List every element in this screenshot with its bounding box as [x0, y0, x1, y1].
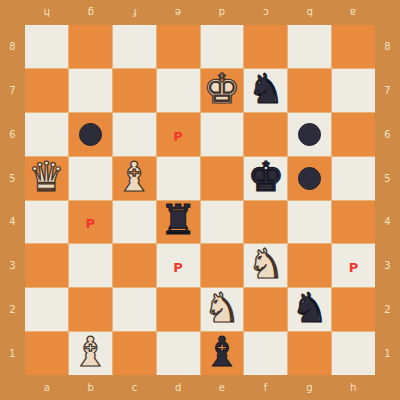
- coord-label: 2: [375, 288, 400, 332]
- chess-board: hgfedcba abcdefgh 87654321 87654321 ♚♞P♛…: [0, 0, 400, 400]
- white-pawn[interactable]: P: [173, 130, 183, 143]
- file-labels-bottom: abcdefgh: [25, 375, 375, 400]
- square-b4[interactable]: P: [69, 201, 112, 244]
- coord-label: g: [69, 0, 113, 25]
- coord-label: 5: [375, 156, 400, 200]
- coord-label: 3: [375, 244, 400, 288]
- square-b3[interactable]: [69, 244, 112, 287]
- coord-label: g: [288, 375, 332, 400]
- square-f3[interactable]: ♞: [244, 244, 287, 287]
- black-knight[interactable]: ♞: [291, 288, 328, 329]
- square-h8[interactable]: [332, 25, 375, 68]
- square-d1[interactable]: [157, 332, 200, 375]
- coord-label: h: [25, 0, 69, 25]
- square-d6[interactable]: P: [157, 113, 200, 156]
- square-a2[interactable]: [25, 288, 68, 331]
- square-a7[interactable]: [25, 69, 68, 112]
- white-bishop[interactable]: ♝: [116, 157, 153, 198]
- square-b5[interactable]: [69, 157, 112, 200]
- square-b6[interactable]: [69, 113, 112, 156]
- black-rook[interactable]: ♜: [160, 200, 197, 241]
- square-c2[interactable]: [113, 288, 156, 331]
- square-f1[interactable]: [244, 332, 287, 375]
- square-d2[interactable]: [157, 288, 200, 331]
- coord-label: e: [156, 0, 200, 25]
- black-king[interactable]: ♚: [247, 157, 284, 198]
- coord-label: 5: [0, 156, 25, 200]
- coord-label: d: [200, 0, 244, 25]
- coord-label: 2: [0, 288, 25, 332]
- white-pawn[interactable]: P: [86, 217, 96, 230]
- square-d3[interactable]: P: [157, 244, 200, 287]
- square-e1[interactable]: ♝: [201, 332, 244, 375]
- square-a4[interactable]: [25, 201, 68, 244]
- coord-label: b: [69, 375, 113, 400]
- square-c7[interactable]: [113, 69, 156, 112]
- coord-label: 4: [375, 200, 400, 244]
- white-king[interactable]: ♚: [204, 69, 241, 110]
- coord-label: 1: [0, 331, 25, 375]
- square-g2[interactable]: ♞: [288, 288, 331, 331]
- coord-label: c: [244, 0, 288, 25]
- coord-label: h: [331, 375, 375, 400]
- coord-label: 7: [375, 69, 400, 113]
- file-labels-top: hgfedcba: [25, 0, 375, 25]
- square-f7[interactable]: ♞: [244, 69, 287, 112]
- black-pawn[interactable]: [79, 123, 102, 146]
- square-e5[interactable]: [201, 157, 244, 200]
- square-c4[interactable]: [113, 201, 156, 244]
- square-h2[interactable]: [332, 288, 375, 331]
- square-a1[interactable]: [25, 332, 68, 375]
- square-h7[interactable]: [332, 69, 375, 112]
- coord-label: f: [244, 375, 288, 400]
- square-c1[interactable]: [113, 332, 156, 375]
- coord-label: c: [113, 375, 157, 400]
- square-g5[interactable]: [288, 157, 331, 200]
- square-d5[interactable]: [157, 157, 200, 200]
- square-g4[interactable]: [288, 201, 331, 244]
- square-b8[interactable]: [69, 25, 112, 68]
- black-pawn[interactable]: [298, 123, 321, 146]
- square-d8[interactable]: [157, 25, 200, 68]
- square-e8[interactable]: [201, 25, 244, 68]
- square-f8[interactable]: [244, 25, 287, 68]
- square-h5[interactable]: [332, 157, 375, 200]
- square-g7[interactable]: [288, 69, 331, 112]
- square-e7[interactable]: ♚: [201, 69, 244, 112]
- square-c8[interactable]: [113, 25, 156, 68]
- coord-label: 7: [0, 69, 25, 113]
- white-knight[interactable]: ♞: [204, 288, 241, 329]
- coord-label: 6: [375, 113, 400, 157]
- coord-label: e: [200, 375, 244, 400]
- black-knight[interactable]: ♞: [247, 69, 284, 110]
- square-f6[interactable]: [244, 113, 287, 156]
- square-a5[interactable]: ♛: [25, 157, 68, 200]
- square-e3[interactable]: [201, 244, 244, 287]
- square-b2[interactable]: [69, 288, 112, 331]
- square-c5[interactable]: ♝: [113, 157, 156, 200]
- coord-label: 8: [375, 25, 400, 69]
- square-e4[interactable]: [201, 201, 244, 244]
- square-g1[interactable]: [288, 332, 331, 375]
- white-bishop[interactable]: ♝: [72, 332, 109, 373]
- square-g3[interactable]: [288, 244, 331, 287]
- rank-labels-right: 87654321: [375, 25, 400, 375]
- square-a8[interactable]: [25, 25, 68, 68]
- coord-label: b: [288, 0, 332, 25]
- square-f2[interactable]: [244, 288, 287, 331]
- square-c6[interactable]: [113, 113, 156, 156]
- square-f5[interactable]: ♚: [244, 157, 287, 200]
- board-grid: ♚♞P♛♝♚P♜P♞P♞♞♝♝: [25, 25, 375, 375]
- coord-label: d: [156, 375, 200, 400]
- square-d4[interactable]: ♜: [157, 201, 200, 244]
- square-a6[interactable]: [25, 113, 68, 156]
- coord-label: 6: [0, 113, 25, 157]
- coord-label: 1: [375, 331, 400, 375]
- rank-labels-left: 87654321: [0, 25, 25, 375]
- coord-label: a: [25, 375, 69, 400]
- square-h3[interactable]: P: [332, 244, 375, 287]
- coord-label: f: [113, 0, 157, 25]
- white-queen[interactable]: ♛: [28, 157, 65, 198]
- white-knight[interactable]: ♞: [247, 244, 284, 285]
- square-g6[interactable]: [288, 113, 331, 156]
- square-e2[interactable]: ♞: [201, 288, 244, 331]
- square-h1[interactable]: [332, 332, 375, 375]
- square-h6[interactable]: [332, 113, 375, 156]
- white-pawn[interactable]: P: [349, 261, 359, 274]
- square-e6[interactable]: [201, 113, 244, 156]
- square-d7[interactable]: [157, 69, 200, 112]
- square-c3[interactable]: [113, 244, 156, 287]
- white-pawn[interactable]: P: [173, 261, 183, 274]
- coord-label: 3: [0, 244, 25, 288]
- coord-label: a: [331, 0, 375, 25]
- square-a3[interactable]: [25, 244, 68, 287]
- square-h4[interactable]: [332, 201, 375, 244]
- square-b7[interactable]: [69, 69, 112, 112]
- coord-label: 4: [0, 200, 25, 244]
- black-bishop[interactable]: ♝: [204, 332, 241, 373]
- square-f4[interactable]: [244, 201, 287, 244]
- square-g8[interactable]: [288, 25, 331, 68]
- square-b1[interactable]: ♝: [69, 332, 112, 375]
- black-pawn[interactable]: [298, 167, 321, 190]
- coord-label: 8: [0, 25, 25, 69]
